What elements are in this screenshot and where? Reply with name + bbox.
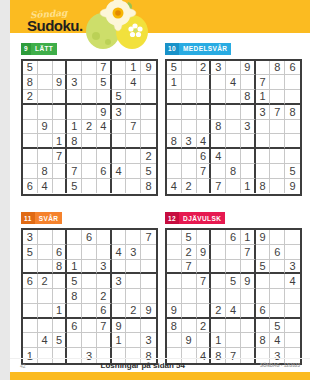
sudoku-cell[interactable] xyxy=(226,260,241,275)
sudoku-cell: 3 xyxy=(67,75,82,90)
sudoku-cell: 7 xyxy=(97,61,112,76)
sudoku-cell: 6 xyxy=(197,149,212,164)
sudoku-cell[interactable] xyxy=(53,61,68,76)
sudoku-cell[interactable] xyxy=(126,149,141,164)
sudoku-cell[interactable] xyxy=(82,319,97,334)
sudoku-cell[interactable] xyxy=(285,149,300,164)
sudoku-cell: 3 xyxy=(23,230,38,245)
puzzle-number: 12 xyxy=(165,212,179,224)
sudoku-cell[interactable] xyxy=(141,260,156,275)
sudoku-cell: 8 xyxy=(167,134,182,149)
sudoku-cell: 3 xyxy=(182,134,197,149)
sudoku-cell: 9 xyxy=(256,230,271,245)
sudoku-cell[interactable] xyxy=(23,260,38,275)
sudoku-cell[interactable] xyxy=(226,289,241,304)
sudoku-cell: 6 xyxy=(226,230,241,245)
sudoku-cell: 9 xyxy=(241,274,256,289)
sudoku-cell[interactable] xyxy=(53,90,68,105)
sudoku-cell[interactable] xyxy=(141,274,156,289)
sudoku-cell[interactable] xyxy=(126,230,141,245)
sudoku-cell: 7 xyxy=(67,164,82,179)
sudoku-cell[interactable] xyxy=(270,179,285,194)
difficulty-label: SVÅR xyxy=(35,212,63,224)
sudoku-cell[interactable] xyxy=(256,134,271,149)
sudoku-cell: 4 xyxy=(112,164,127,179)
sudoku-cell: 5 xyxy=(53,333,68,348)
sudoku-cell[interactable] xyxy=(270,75,285,90)
sudoku-cell: 8 xyxy=(167,319,182,334)
sudoku-cell[interactable] xyxy=(23,120,38,135)
sudoku-cell[interactable] xyxy=(167,333,182,348)
sudoku-cell: 1 xyxy=(67,120,82,135)
sudoku-cell[interactable] xyxy=(141,245,156,260)
sudoku-cell[interactable] xyxy=(53,274,68,289)
sudoku-cell: 4 xyxy=(38,333,53,348)
sudoku-cell[interactable] xyxy=(285,245,300,260)
issue-label: SÖNDAG · 12/2023 xyxy=(260,363,300,368)
sudoku-cell[interactable] xyxy=(167,230,182,245)
puzzle-row-bottom: 11 SVÅR 367564381362538216296794513138 1… xyxy=(21,207,302,366)
sudoku-cell: 2 xyxy=(82,120,97,135)
sudoku-cell[interactable] xyxy=(211,90,226,105)
sudoku-cell[interactable] xyxy=(182,105,197,120)
sudoku-cell: 2 xyxy=(38,274,53,289)
sudoku-cell[interactable] xyxy=(97,134,112,149)
sudoku-cell[interactable] xyxy=(112,260,127,275)
sudoku-cell[interactable] xyxy=(82,260,97,275)
solutions-note: Lösningar på sidan 54 xyxy=(101,361,185,370)
sudoku-cell[interactable] xyxy=(112,120,127,135)
sudoku-cell[interactable] xyxy=(82,274,97,289)
sudoku-cell: 6 xyxy=(53,245,68,260)
sudoku-cell[interactable] xyxy=(270,260,285,275)
sudoku-cell[interactable] xyxy=(226,134,241,149)
sudoku-cell[interactable] xyxy=(82,289,97,304)
sudoku-cell[interactable] xyxy=(167,90,182,105)
sudoku-cell: 4 xyxy=(197,134,212,149)
sudoku-cell: 3 xyxy=(211,61,226,76)
sudoku-cell[interactable] xyxy=(67,304,82,319)
sudoku-cell[interactable] xyxy=(112,75,127,90)
sudoku-cell[interactable] xyxy=(53,105,68,120)
sudoku-cell: 2 xyxy=(211,304,226,319)
sudoku-cell[interactable] xyxy=(23,289,38,304)
sudoku-cell: 8 xyxy=(226,164,241,179)
sudoku-cell: 4 xyxy=(226,75,241,90)
sudoku-cell: 4 xyxy=(285,274,300,289)
sudoku-cell[interactable] xyxy=(67,90,82,105)
sudoku-cell: 1 xyxy=(126,61,141,76)
sudoku-cell[interactable] xyxy=(141,319,156,334)
sudoku-cell: 4 xyxy=(270,333,285,348)
sudoku-cell: 7 xyxy=(182,260,197,275)
magazine-page: Söndag Sudoku. xyxy=(10,0,310,380)
sudoku-cell[interactable] xyxy=(53,120,68,135)
sudoku-cell[interactable] xyxy=(241,164,256,179)
sudoku-cell[interactable] xyxy=(53,230,68,245)
sudoku-cell[interactable] xyxy=(23,149,38,164)
sudoku-cell[interactable] xyxy=(141,120,156,135)
sudoku-cell[interactable] xyxy=(211,260,226,275)
sudoku-cell[interactable] xyxy=(241,289,256,304)
sudoku-cell: 2 xyxy=(182,179,197,194)
sudoku-cell: 4 xyxy=(97,120,112,135)
sudoku-cell[interactable] xyxy=(23,164,38,179)
sudoku-cell: 5 xyxy=(167,61,182,76)
sudoku-cell: 8 xyxy=(67,134,82,149)
sudoku-cell: 7 xyxy=(126,120,141,135)
sudoku-cell: 7 xyxy=(211,179,226,194)
puzzles-area: 9 LÄTT 5719893542593912471872876456458 1… xyxy=(21,37,302,365)
sudoku-cell[interactable] xyxy=(270,164,285,179)
sudoku-cell[interactable] xyxy=(167,260,182,275)
sudoku-cell[interactable] xyxy=(82,149,97,164)
sudoku-cell: 5 xyxy=(256,260,271,275)
header-banner: Söndag Sudoku. xyxy=(10,0,310,33)
sudoku-cell[interactable] xyxy=(226,61,241,76)
sudoku-cell[interactable] xyxy=(256,120,271,135)
sudoku-cell: 8 xyxy=(241,90,256,105)
sudoku-cell[interactable] xyxy=(126,179,141,194)
sudoku-cell[interactable] xyxy=(38,245,53,260)
sudoku-cell: 5 xyxy=(141,164,156,179)
sudoku-cell[interactable] xyxy=(241,134,256,149)
sudoku-cell[interactable] xyxy=(241,149,256,164)
difficulty-label: MEDELSVÅR xyxy=(179,43,231,55)
sudoku-cell[interactable] xyxy=(82,61,97,76)
sudoku-cell: 3 xyxy=(126,245,141,260)
sudoku-board: 523986147813788383464785427189 xyxy=(165,59,302,196)
sudoku-logo: Söndag Sudoku. xyxy=(27,4,83,33)
difficulty-badge: 10 MEDELSVÅR xyxy=(165,43,231,55)
sudoku-cell: 9 xyxy=(97,105,112,120)
sudoku-board: 561929767537594924682591844873 xyxy=(165,228,302,365)
sudoku-cell[interactable] xyxy=(112,149,127,164)
sudoku-cell: 1 xyxy=(167,75,182,90)
sudoku-cell[interactable] xyxy=(197,260,212,275)
sudoku-cell: 1 xyxy=(53,134,68,149)
sudoku-cell[interactable] xyxy=(38,304,53,319)
sudoku-cell[interactable] xyxy=(82,304,97,319)
sudoku-cell[interactable] xyxy=(256,61,271,76)
sudoku-cell[interactable] xyxy=(141,105,156,120)
sudoku-cell[interactable] xyxy=(38,61,53,76)
sudoku-cell[interactable] xyxy=(285,319,300,334)
bottom-accent-bar xyxy=(10,372,310,380)
sudoku-cell: 7 xyxy=(197,274,212,289)
sudoku-cell[interactable] xyxy=(53,289,68,304)
sudoku-cell[interactable] xyxy=(167,120,182,135)
sudoku-cell: 1 xyxy=(211,333,226,348)
sudoku-cell: 4 xyxy=(226,304,241,319)
sudoku-cell[interactable] xyxy=(126,274,141,289)
sudoku-cell[interactable] xyxy=(141,75,156,90)
sudoku-cell[interactable] xyxy=(141,289,156,304)
sudoku-cell[interactable] xyxy=(285,75,300,90)
sudoku-cell[interactable] xyxy=(112,61,127,76)
sudoku-cell[interactable] xyxy=(256,274,271,289)
sudoku-cell[interactable] xyxy=(112,289,127,304)
sudoku-cell[interactable] xyxy=(38,149,53,164)
sudoku-cell: 3 xyxy=(112,274,127,289)
page-footer: 42 Lösningar på sidan 54 SÖNDAG · 12/202… xyxy=(10,358,310,372)
sudoku-cell: 6 xyxy=(270,245,285,260)
sudoku-cell[interactable] xyxy=(67,245,82,260)
sudoku-cell[interactable] xyxy=(82,105,97,120)
puzzle-row-top: 9 LÄTT 5719893542593912471872876456458 1… xyxy=(21,37,302,196)
sudoku-cell[interactable] xyxy=(23,134,38,149)
sudoku-cell: 6 xyxy=(97,304,112,319)
sudoku-cell[interactable] xyxy=(82,333,97,348)
sudoku-cell[interactable] xyxy=(285,120,300,135)
sudoku-cell: 8 xyxy=(270,61,285,76)
sudoku-cell[interactable] xyxy=(82,90,97,105)
sudoku-cell[interactable] xyxy=(97,230,112,245)
sudoku-cell[interactable] xyxy=(182,149,197,164)
sudoku-cell: 9 xyxy=(53,75,68,90)
sudoku-cell[interactable] xyxy=(211,75,226,90)
sudoku-cell[interactable] xyxy=(226,333,241,348)
sudoku-cell: 5 xyxy=(226,274,241,289)
sudoku-cell[interactable] xyxy=(270,90,285,105)
sudoku-cell[interactable] xyxy=(82,164,97,179)
sudoku-cell: 2 xyxy=(141,149,156,164)
sudoku-cell[interactable] xyxy=(285,333,300,348)
sudoku-cell: 9 xyxy=(167,304,182,319)
sudoku-cell: 2 xyxy=(197,319,212,334)
sudoku-cell[interactable] xyxy=(23,105,38,120)
sudoku-cell: 8 xyxy=(211,120,226,135)
sudoku-cell[interactable] xyxy=(270,149,285,164)
sudoku-cell[interactable] xyxy=(270,304,285,319)
sudoku-cell[interactable] xyxy=(226,245,241,260)
logo-main-text: Sudoku. xyxy=(27,18,83,33)
sudoku-cell: 6 xyxy=(23,274,38,289)
sudoku-cell: 6 xyxy=(82,230,97,245)
sudoku-cell[interactable] xyxy=(226,149,241,164)
sudoku-cell[interactable] xyxy=(285,304,300,319)
sudoku-cell[interactable] xyxy=(38,319,53,334)
sudoku-board: 367564381362538216296794513138 xyxy=(21,228,158,365)
sudoku-cell[interactable] xyxy=(38,289,53,304)
sudoku-cell: 5 xyxy=(23,245,38,260)
sudoku-cell[interactable] xyxy=(182,75,197,90)
sudoku-cell[interactable] xyxy=(197,289,212,304)
sudoku-cell[interactable] xyxy=(285,90,300,105)
sudoku-cell[interactable] xyxy=(211,319,226,334)
sudoku-cell: 9 xyxy=(197,245,212,260)
puzzle-11-svar: 11 SVÅR 367564381362538216296794513138 xyxy=(21,207,158,366)
sudoku-cell[interactable] xyxy=(112,230,127,245)
sudoku-cell[interactable] xyxy=(97,333,112,348)
sudoku-cell: 7 xyxy=(141,230,156,245)
sudoku-cell[interactable] xyxy=(23,333,38,348)
sudoku-cell[interactable] xyxy=(167,289,182,304)
sudoku-cell[interactable] xyxy=(256,164,271,179)
sudoku-cell[interactable] xyxy=(197,90,212,105)
sudoku-cell[interactable] xyxy=(182,120,197,135)
sudoku-cell[interactable] xyxy=(226,90,241,105)
sudoku-cell[interactable] xyxy=(97,274,112,289)
sudoku-cell: 1 xyxy=(241,179,256,194)
sudoku-cell[interactable] xyxy=(211,245,226,260)
sudoku-cell[interactable] xyxy=(53,319,68,334)
sudoku-cell[interactable] xyxy=(211,289,226,304)
sudoku-cell[interactable] xyxy=(182,304,197,319)
sudoku-cell[interactable] xyxy=(241,319,256,334)
sudoku-cell[interactable] xyxy=(67,105,82,120)
sudoku-cell[interactable] xyxy=(97,245,112,260)
sudoku-cell[interactable] xyxy=(256,149,271,164)
sudoku-cell[interactable] xyxy=(167,105,182,120)
sudoku-cell[interactable] xyxy=(126,90,141,105)
sudoku-cell: 6 xyxy=(97,164,112,179)
sudoku-cell[interactable] xyxy=(285,230,300,245)
sudoku-cell[interactable] xyxy=(141,134,156,149)
sudoku-cell[interactable] xyxy=(126,319,141,334)
sudoku-cell[interactable] xyxy=(241,304,256,319)
sudoku-cell: 2 xyxy=(126,304,141,319)
sudoku-cell: 3 xyxy=(241,120,256,135)
sudoku-cell[interactable] xyxy=(197,230,212,245)
sudoku-cell[interactable] xyxy=(126,289,141,304)
sudoku-cell[interactable] xyxy=(126,333,141,348)
sudoku-cell[interactable] xyxy=(182,164,197,179)
sudoku-cell[interactable] xyxy=(241,333,256,348)
sudoku-cell[interactable] xyxy=(141,90,156,105)
sudoku-cell[interactable] xyxy=(197,120,212,135)
sudoku-cell[interactable] xyxy=(126,134,141,149)
sudoku-cell[interactable] xyxy=(182,319,197,334)
sudoku-cell: 1 xyxy=(241,230,256,245)
sudoku-cell[interactable] xyxy=(256,289,271,304)
sudoku-cell[interactable] xyxy=(226,319,241,334)
sudoku-cell[interactable] xyxy=(285,289,300,304)
sudoku-cell[interactable] xyxy=(112,134,127,149)
sudoku-cell[interactable] xyxy=(167,149,182,164)
sudoku-cell: 2 xyxy=(197,61,212,76)
puzzle-12-djavulsk: 12 DJÄVULSK 5619297675375949246825918448… xyxy=(165,207,302,366)
sudoku-cell[interactable] xyxy=(211,105,226,120)
puzzle-number: 10 xyxy=(165,43,179,55)
sudoku-cell[interactable] xyxy=(167,274,182,289)
sudoku-cell: 3 xyxy=(112,105,127,120)
sudoku-cell: 3 xyxy=(97,260,112,275)
sudoku-cell: 1 xyxy=(256,90,271,105)
sudoku-cell[interactable] xyxy=(97,179,112,194)
sudoku-cell[interactable] xyxy=(38,105,53,120)
sudoku-cell[interactable] xyxy=(23,319,38,334)
sudoku-cell[interactable] xyxy=(38,134,53,149)
sudoku-cell: 6 xyxy=(285,61,300,76)
sudoku-cell[interactable] xyxy=(270,274,285,289)
sudoku-cell[interactable] xyxy=(241,105,256,120)
sudoku-cell: 9 xyxy=(112,319,127,334)
sudoku-cell[interactable] xyxy=(241,260,256,275)
sudoku-cell[interactable] xyxy=(182,90,197,105)
sudoku-cell[interactable] xyxy=(126,105,141,120)
sudoku-cell[interactable] xyxy=(211,164,226,179)
sudoku-cell[interactable] xyxy=(38,260,53,275)
sudoku-cell: 9 xyxy=(241,61,256,76)
sudoku-cell[interactable] xyxy=(197,105,212,120)
sudoku-cell: 8 xyxy=(23,75,38,90)
sudoku-cell: 5 xyxy=(182,230,197,245)
sudoku-cell[interactable] xyxy=(53,179,68,194)
sudoku-cell[interactable] xyxy=(67,61,82,76)
sudoku-cell[interactable] xyxy=(226,105,241,120)
puzzle-number: 11 xyxy=(21,212,35,224)
sudoku-cell[interactable] xyxy=(97,90,112,105)
sudoku-cell[interactable] xyxy=(112,304,127,319)
sudoku-cell[interactable] xyxy=(270,230,285,245)
sudoku-cell[interactable] xyxy=(38,75,53,90)
sudoku-cell[interactable] xyxy=(112,179,127,194)
sudoku-cell[interactable] xyxy=(67,333,82,348)
sudoku-cell[interactable] xyxy=(211,274,226,289)
sudoku-cell[interactable] xyxy=(82,134,97,149)
sudoku-cell[interactable] xyxy=(38,90,53,105)
sudoku-cell[interactable] xyxy=(211,230,226,245)
sudoku-cell[interactable] xyxy=(211,134,226,149)
sudoku-cell[interactable] xyxy=(167,164,182,179)
sudoku-cell: 4 xyxy=(211,149,226,164)
sudoku-cell[interactable] xyxy=(197,333,212,348)
sudoku-cell[interactable] xyxy=(67,230,82,245)
sudoku-cell: 7 xyxy=(197,164,212,179)
sudoku-cell: 2 xyxy=(97,289,112,304)
sudoku-cell[interactable] xyxy=(82,245,97,260)
sudoku-cell[interactable] xyxy=(197,179,212,194)
sudoku-cell[interactable] xyxy=(197,75,212,90)
sudoku-cell: 4 xyxy=(126,75,141,90)
sudoku-cell[interactable] xyxy=(67,149,82,164)
sudoku-cell[interactable] xyxy=(126,260,141,275)
sudoku-cell[interactable] xyxy=(270,134,285,149)
sudoku-cell[interactable] xyxy=(182,61,197,76)
sudoku-cell: 7 xyxy=(256,75,271,90)
sudoku-cell: 7 xyxy=(97,319,112,334)
sudoku-cell[interactable] xyxy=(182,274,197,289)
sudoku-cell[interactable] xyxy=(82,75,97,90)
sudoku-cell: 9 xyxy=(285,179,300,194)
sudoku-cell[interactable] xyxy=(256,245,271,260)
sudoku-cell[interactable] xyxy=(197,304,212,319)
difficulty-label: DJÄVULSK xyxy=(179,212,225,224)
sudoku-cell[interactable] xyxy=(226,120,241,135)
sudoku-cell[interactable] xyxy=(126,164,141,179)
sudoku-cell: 6 xyxy=(256,304,271,319)
sudoku-cell[interactable] xyxy=(270,120,285,135)
sudoku-cell[interactable] xyxy=(285,134,300,149)
sudoku-cell: 3 xyxy=(256,105,271,120)
sudoku-cell[interactable] xyxy=(241,75,256,90)
sudoku-cell: 5 xyxy=(270,319,285,334)
sudoku-cell[interactable] xyxy=(82,179,97,194)
sudoku-cell[interactable] xyxy=(97,149,112,164)
sudoku-cell[interactable] xyxy=(23,304,38,319)
sudoku-cell[interactable] xyxy=(256,319,271,334)
sudoku-cell[interactable] xyxy=(167,245,182,260)
sudoku-cell: 1 xyxy=(112,333,127,348)
sudoku-cell[interactable] xyxy=(182,289,197,304)
difficulty-badge: 11 SVÅR xyxy=(21,212,62,224)
sudoku-cell[interactable] xyxy=(38,230,53,245)
sudoku-cell[interactable] xyxy=(270,289,285,304)
sudoku-cell[interactable] xyxy=(226,179,241,194)
sudoku-cell: 5 xyxy=(285,164,300,179)
sudoku-cell[interactable] xyxy=(53,164,68,179)
